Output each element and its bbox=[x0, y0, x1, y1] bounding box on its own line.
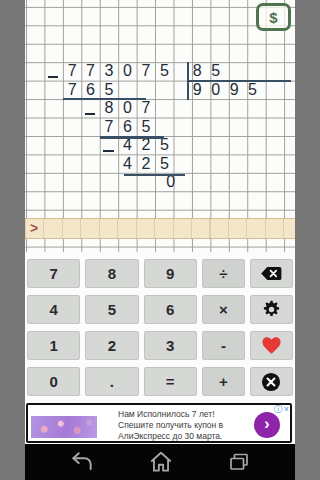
division-digit: 0 bbox=[118, 62, 136, 80]
division-digit: 0 bbox=[118, 99, 136, 117]
chevron-right-icon: › bbox=[264, 416, 269, 432]
division-digit: 9 bbox=[188, 81, 206, 99]
ad-line-1: Нам Исполнилось 7 лет! bbox=[118, 409, 263, 420]
prompt-caret: > bbox=[30, 220, 38, 236]
key-settings[interactable] bbox=[250, 295, 293, 324]
division-digit: 3 bbox=[100, 62, 118, 80]
division-digit: 5 bbox=[243, 81, 261, 99]
key-equals[interactable]: = bbox=[144, 367, 197, 396]
division-digit: 2 bbox=[137, 155, 155, 173]
division-digit: 6 bbox=[81, 81, 99, 99]
donate-button[interactable]: $ bbox=[256, 3, 291, 31]
key-close[interactable] bbox=[250, 367, 293, 396]
division-digit: 7 bbox=[63, 81, 81, 99]
division-digit: 7 bbox=[137, 99, 155, 117]
key-multiply[interactable]: × bbox=[202, 295, 245, 324]
division-line bbox=[100, 136, 165, 138]
key-1[interactable]: 1 bbox=[27, 331, 80, 360]
ad-info-icon[interactable]: ⓘ bbox=[274, 405, 283, 414]
minus-sign bbox=[48, 76, 59, 78]
keypad-row: 789÷ bbox=[27, 259, 293, 288]
key-minus[interactable]: - bbox=[202, 331, 245, 360]
division-line bbox=[124, 174, 185, 176]
home-icon bbox=[148, 449, 174, 475]
keypad: 789÷456×123-0.=+ bbox=[25, 252, 295, 403]
nav-recents-button[interactable] bbox=[225, 448, 253, 476]
division-digit: 5 bbox=[155, 136, 173, 154]
ad-line-2: Спешите получить купон в bbox=[118, 420, 263, 431]
key-favorite[interactable] bbox=[250, 331, 293, 360]
ad-text: Нам Исполнилось 7 лет! Спешите получить … bbox=[118, 409, 263, 441]
division-digit: 8 bbox=[100, 99, 118, 117]
division-digit: 7 bbox=[63, 62, 81, 80]
ad-image bbox=[31, 416, 97, 438]
key-divide[interactable]: ÷ bbox=[202, 259, 245, 288]
division-digit: 4 bbox=[118, 155, 136, 173]
key-plus[interactable]: + bbox=[202, 367, 245, 396]
key-8[interactable]: 8 bbox=[85, 259, 138, 288]
key-backspace[interactable] bbox=[250, 259, 293, 288]
settings-icon bbox=[262, 300, 281, 319]
division-digit: 5 bbox=[155, 155, 173, 173]
division-line bbox=[187, 80, 291, 82]
division-digit: 5 bbox=[100, 81, 118, 99]
back-icon bbox=[69, 449, 95, 475]
division-digit: 4 bbox=[118, 136, 136, 154]
division-digit: 7 bbox=[100, 118, 118, 136]
division-digit: 6 bbox=[118, 118, 136, 136]
key-9[interactable]: 9 bbox=[144, 259, 197, 288]
keypad-row: 0.=+ bbox=[27, 367, 293, 396]
minus-sign bbox=[103, 150, 114, 152]
favorite-icon bbox=[261, 336, 282, 355]
nav-back-button[interactable] bbox=[67, 447, 97, 477]
division-digit: 5 bbox=[206, 62, 224, 80]
worksheet-paper: 7730758576590958077654254250 > $ bbox=[25, 0, 295, 252]
minus-sign bbox=[85, 113, 96, 115]
key-decimal[interactable]: . bbox=[85, 367, 138, 396]
android-navbar bbox=[25, 444, 295, 480]
ad-badges: ⓘ × bbox=[274, 405, 289, 414]
key-5[interactable]: 5 bbox=[85, 295, 138, 324]
key-6[interactable]: 6 bbox=[144, 295, 197, 324]
close-icon bbox=[261, 372, 281, 392]
ad-banner[interactable]: Нам Исполнилось 7 лет! Спешите получить … bbox=[26, 403, 292, 443]
division-digit: 2 bbox=[137, 136, 155, 154]
keypad-row: 123- bbox=[27, 331, 293, 360]
key-2[interactable]: 2 bbox=[85, 331, 138, 360]
recents-icon bbox=[227, 450, 251, 474]
key-4[interactable]: 4 bbox=[27, 295, 80, 324]
nav-home-button[interactable] bbox=[146, 447, 176, 477]
dollar-icon: $ bbox=[269, 10, 277, 25]
app-screen: 7730758576590958077654254250 > $ 789÷456… bbox=[25, 0, 295, 480]
input-prompt-row[interactable]: > bbox=[25, 218, 295, 239]
division-digit: 9 bbox=[225, 81, 243, 99]
division-digit: 7 bbox=[137, 62, 155, 80]
division-digit: 8 bbox=[188, 62, 206, 80]
ad-line-3: АлиЭкспресс до 30 марта. bbox=[118, 431, 263, 442]
division-digit: 5 bbox=[155, 62, 173, 80]
division-digit: 7 bbox=[81, 62, 99, 80]
key-3[interactable]: 3 bbox=[144, 331, 197, 360]
key-7[interactable]: 7 bbox=[27, 259, 80, 288]
keypad-row: 456× bbox=[27, 295, 293, 324]
division-digit: 0 bbox=[206, 81, 224, 99]
key-0[interactable]: 0 bbox=[27, 367, 80, 396]
division-digit: 5 bbox=[137, 118, 155, 136]
ad-cta-button[interactable]: › bbox=[254, 412, 280, 438]
backspace-icon bbox=[260, 266, 283, 281]
ad-close-icon[interactable]: × bbox=[284, 405, 289, 414]
division-line bbox=[63, 98, 147, 100]
